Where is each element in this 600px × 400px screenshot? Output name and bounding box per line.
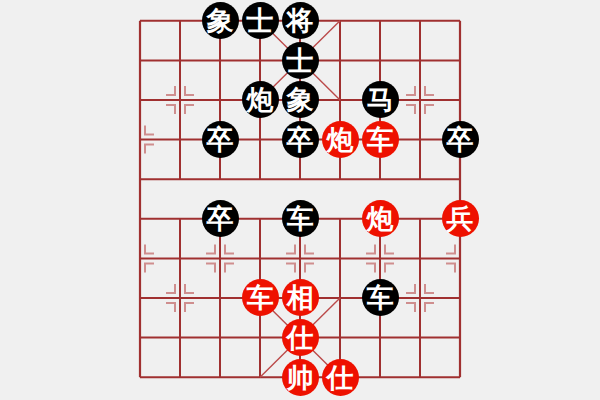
piece-red-advisor[interactable]: 仕 xyxy=(322,359,359,396)
piece-black-soldier[interactable]: 卒 xyxy=(202,200,239,237)
piece-black-horse[interactable]: 马 xyxy=(362,81,399,118)
piece-red-cannon[interactable]: 炮 xyxy=(362,200,399,237)
piece-black-soldier[interactable]: 卒 xyxy=(442,121,479,158)
piece-red-soldier[interactable]: 兵 xyxy=(442,200,479,237)
piece-black-elephant[interactable]: 象 xyxy=(202,2,239,39)
piece-red-general[interactable]: 帅 xyxy=(282,359,319,396)
piece-black-cannon[interactable]: 炮 xyxy=(242,81,279,118)
piece-black-soldier[interactable]: 卒 xyxy=(282,121,319,158)
piece-black-advisor[interactable]: 士 xyxy=(282,42,319,79)
piece-red-cannon[interactable]: 炮 xyxy=(322,121,359,158)
piece-red-elephant[interactable]: 相 xyxy=(282,279,319,316)
xiangqi-app: 象士将士炮象马卒卒炮车卒卒车炮兵车相车仕帅仕 xyxy=(0,0,600,400)
piece-red-advisor[interactable]: 仕 xyxy=(282,319,319,356)
piece-red-chariot[interactable]: 车 xyxy=(362,121,399,158)
piece-layer: 象士将士炮象马卒卒炮车卒卒车炮兵车相车仕帅仕 xyxy=(120,1,480,397)
xiangqi-board[interactable]: 象士将士炮象马卒卒炮车卒卒车炮兵车相车仕帅仕 xyxy=(120,1,480,397)
piece-black-soldier[interactable]: 卒 xyxy=(202,121,239,158)
piece-red-chariot[interactable]: 车 xyxy=(242,279,279,316)
piece-black-general[interactable]: 将 xyxy=(282,2,319,39)
piece-black-advisor[interactable]: 士 xyxy=(242,2,279,39)
piece-black-chariot[interactable]: 车 xyxy=(282,200,319,237)
piece-black-chariot[interactable]: 车 xyxy=(362,279,399,316)
piece-black-elephant[interactable]: 象 xyxy=(282,81,319,118)
